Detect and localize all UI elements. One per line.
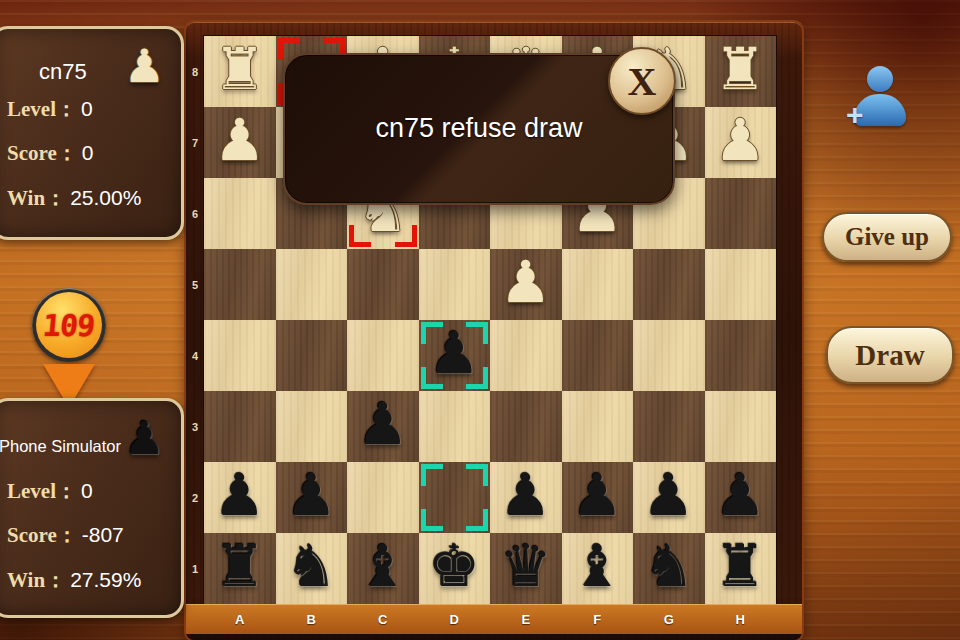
- close-icon[interactable]: X: [608, 47, 676, 115]
- square-d1[interactable]: ♚: [419, 533, 491, 604]
- piece-black-pawn[interactable]: ♟: [490, 459, 562, 530]
- square-h5[interactable]: [705, 249, 777, 320]
- square-e1[interactable]: ♛: [490, 533, 562, 604]
- black-pawn-icon: ♟: [124, 403, 165, 473]
- piece-black-pawn[interactable]: ♟: [419, 317, 491, 388]
- square-a8[interactable]: ♜: [204, 36, 276, 107]
- square-h7[interactable]: ♟: [705, 107, 777, 178]
- square-d4[interactable]: ♟: [419, 320, 491, 391]
- square-h8[interactable]: ♜: [705, 36, 777, 107]
- level-value: 0: [81, 479, 93, 502]
- refuse-draw-dialog: cn75 refuse draw X: [283, 53, 675, 205]
- piece-white-rook[interactable]: ♜: [204, 33, 276, 104]
- level-value: 0: [81, 97, 93, 120]
- square-a5[interactable]: [204, 249, 276, 320]
- person-head-icon: [867, 66, 893, 92]
- square-f3[interactable]: [562, 391, 634, 462]
- square-b1[interactable]: ♞: [276, 533, 348, 604]
- piece-white-rook[interactable]: ♜: [705, 33, 777, 104]
- win-value: 25.00%: [70, 186, 141, 209]
- rank-label-1: 1: [186, 533, 204, 604]
- square-g4[interactable]: [633, 320, 705, 391]
- rank-label-6: 6: [186, 178, 204, 249]
- dialog-message: cn75 refuse draw: [285, 113, 673, 144]
- opponent-panel: cn75 ♟ Level：0 Score：0 Win：25.00%: [0, 26, 184, 240]
- square-b3[interactable]: [276, 391, 348, 462]
- timer-value: 109: [42, 308, 96, 343]
- piece-black-rook[interactable]: ♜: [705, 530, 777, 601]
- game-screen: 87654321 ♜♝♚♛♝♞♜♟♟♟♟♟♟♞♟♟♟♟♟♟♟♟♟♟♜♞♝♚♛♝♞…: [0, 0, 960, 640]
- rank-label-7: 7: [186, 107, 204, 178]
- piece-black-bishop[interactable]: ♝: [562, 530, 634, 601]
- rank-labels: 87654321: [186, 36, 204, 604]
- square-d5[interactable]: [419, 249, 491, 320]
- square-d2[interactable]: [419, 462, 491, 533]
- square-e2[interactable]: ♟: [490, 462, 562, 533]
- square-e3[interactable]: [490, 391, 562, 462]
- square-h4[interactable]: [705, 320, 777, 391]
- square-b5[interactable]: [276, 249, 348, 320]
- file-label-g: G: [633, 604, 705, 634]
- win-label: Win：: [7, 186, 66, 210]
- square-c1[interactable]: ♝: [347, 533, 419, 604]
- square-g3[interactable]: [633, 391, 705, 462]
- piece-black-pawn[interactable]: ♟: [204, 459, 276, 530]
- square-c5[interactable]: [347, 249, 419, 320]
- add-friend-icon[interactable]: +: [848, 66, 910, 134]
- piece-black-knight[interactable]: ♞: [276, 530, 348, 601]
- opponent-level-row: Level：0: [7, 95, 173, 123]
- give-up-button[interactable]: Give up: [822, 212, 952, 262]
- opponent-win-row: Win：25.00%: [7, 184, 173, 212]
- score-label: Score：: [7, 141, 78, 165]
- square-d3[interactable]: [419, 391, 491, 462]
- square-f2[interactable]: ♟: [562, 462, 634, 533]
- square-f5[interactable]: [562, 249, 634, 320]
- rank-label-8: 8: [186, 36, 204, 107]
- square-h2[interactable]: ♟: [705, 462, 777, 533]
- move-timer-badge: 109: [32, 288, 110, 410]
- score-value: -807: [82, 523, 124, 546]
- square-h6[interactable]: [705, 178, 777, 249]
- square-h3[interactable]: [705, 391, 777, 462]
- square-h1[interactable]: ♜: [705, 533, 777, 604]
- square-e4[interactable]: [490, 320, 562, 391]
- square-c3[interactable]: ♟: [347, 391, 419, 462]
- square-a4[interactable]: [204, 320, 276, 391]
- win-label: Win：: [7, 568, 66, 592]
- file-label-d: D: [419, 604, 491, 634]
- piece-black-pawn[interactable]: ♟: [562, 459, 634, 530]
- file-label-b: B: [276, 604, 348, 634]
- square-b2[interactable]: ♟: [276, 462, 348, 533]
- piece-black-pawn[interactable]: ♟: [276, 459, 348, 530]
- opponent-score-row: Score：0: [7, 139, 173, 167]
- square-g5[interactable]: [633, 249, 705, 320]
- file-strip: ABCDEFGH: [186, 604, 802, 634]
- piece-black-pawn[interactable]: ♟: [633, 459, 705, 530]
- square-a1[interactable]: ♜: [204, 533, 276, 604]
- player-panel: ♟ Phone Simulator Level：0 Score：-807 Win…: [0, 398, 184, 618]
- square-a2[interactable]: ♟: [204, 462, 276, 533]
- opponent-name: cn75: [39, 59, 87, 85]
- piece-black-knight[interactable]: ♞: [633, 530, 705, 601]
- score-value: 0: [82, 141, 94, 164]
- plus-icon: +: [846, 100, 864, 130]
- square-g1[interactable]: ♞: [633, 533, 705, 604]
- piece-black-pawn[interactable]: ♟: [347, 388, 419, 459]
- square-a3[interactable]: [204, 391, 276, 462]
- square-e5[interactable]: ♟: [490, 249, 562, 320]
- square-c2[interactable]: [347, 462, 419, 533]
- file-label-c: C: [347, 604, 419, 634]
- level-label: Level：: [7, 97, 77, 121]
- square-f4[interactable]: [562, 320, 634, 391]
- win-value: 27.59%: [70, 568, 141, 591]
- square-f1[interactable]: ♝: [562, 533, 634, 604]
- piece-black-king[interactable]: ♚: [419, 530, 491, 601]
- piece-white-pawn[interactable]: ♟: [490, 246, 562, 317]
- rank-label-4: 4: [186, 320, 204, 391]
- piece-black-pawn[interactable]: ♟: [705, 459, 777, 530]
- timer-face: 109: [36, 292, 102, 358]
- player-win-row: Win：27.59%: [7, 566, 173, 594]
- piece-white-pawn[interactable]: ♟: [204, 104, 276, 175]
- square-a7[interactable]: ♟: [204, 107, 276, 178]
- rank-label-3: 3: [186, 391, 204, 462]
- file-label-e: E: [490, 604, 562, 634]
- player-name: Phone Simulator: [0, 437, 121, 456]
- player-level-row: Level：0: [7, 477, 173, 505]
- draw-button[interactable]: Draw: [826, 326, 954, 384]
- rank-label-2: 2: [186, 462, 204, 533]
- piece-white-pawn[interactable]: ♟: [705, 104, 777, 175]
- white-pawn-icon: ♟: [124, 31, 165, 101]
- file-labels: ABCDEFGH: [204, 604, 776, 634]
- piece-black-bishop[interactable]: ♝: [347, 530, 419, 601]
- last-move-highlight-teal: [421, 464, 489, 531]
- score-label: Score：: [7, 523, 78, 547]
- file-label-a: A: [204, 604, 276, 634]
- rank-label-5: 5: [186, 249, 204, 320]
- piece-black-queen[interactable]: ♛: [490, 530, 562, 601]
- level-label: Level：: [7, 479, 77, 503]
- square-g2[interactable]: ♟: [633, 462, 705, 533]
- square-b4[interactable]: [276, 320, 348, 391]
- file-label-f: F: [562, 604, 634, 634]
- file-label-h: H: [705, 604, 777, 634]
- square-c4[interactable]: [347, 320, 419, 391]
- square-a6[interactable]: [204, 178, 276, 249]
- player-score-row: Score：-807: [7, 521, 173, 549]
- piece-black-rook[interactable]: ♜: [204, 530, 276, 601]
